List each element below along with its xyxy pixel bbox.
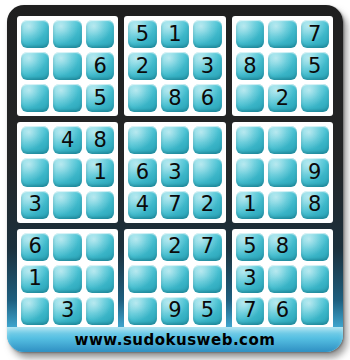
cell-r1c2[interactable] bbox=[53, 20, 81, 48]
cell-r7c5[interactable]: 2 bbox=[161, 233, 189, 261]
block-5: 63472 bbox=[124, 122, 225, 222]
cell-r3c8[interactable]: 2 bbox=[268, 84, 296, 112]
cell-r9c6[interactable]: 5 bbox=[193, 297, 221, 325]
cell-r8c6[interactable] bbox=[193, 265, 221, 293]
cell-r2c6[interactable]: 3 bbox=[193, 52, 221, 80]
cell-r4c3[interactable]: 8 bbox=[86, 126, 114, 154]
cell-r8c2[interactable] bbox=[53, 265, 81, 293]
cell-r6c6[interactable]: 2 bbox=[193, 191, 221, 219]
cell-r3c4[interactable] bbox=[128, 84, 156, 112]
cell-r3c3[interactable]: 5 bbox=[86, 84, 114, 112]
block-2: 512386 bbox=[124, 16, 225, 116]
sudoku-frame: 655123867852481363472918613279558376 www… bbox=[7, 5, 343, 352]
cell-r5c6[interactable] bbox=[193, 158, 221, 186]
cell-r9c7[interactable]: 7 bbox=[236, 297, 264, 325]
cell-r1c6[interactable] bbox=[193, 20, 221, 48]
cell-r9c8[interactable]: 6 bbox=[268, 297, 296, 325]
cell-r4c7[interactable] bbox=[236, 126, 264, 154]
cell-r2c5[interactable] bbox=[161, 52, 189, 80]
board: 655123867852481363472918613279558376 bbox=[17, 16, 333, 329]
cell-r7c1[interactable]: 6 bbox=[21, 233, 49, 261]
cell-r1c4[interactable]: 5 bbox=[128, 20, 156, 48]
cell-r1c1[interactable] bbox=[21, 20, 49, 48]
cell-r9c3[interactable] bbox=[86, 297, 114, 325]
page: 655123867852481363472918613279558376 www… bbox=[0, 0, 350, 360]
cell-r5c7[interactable] bbox=[236, 158, 264, 186]
cell-r1c5[interactable]: 1 bbox=[161, 20, 189, 48]
cell-r1c8[interactable] bbox=[268, 20, 296, 48]
cell-r6c8[interactable] bbox=[268, 191, 296, 219]
cell-r3c1[interactable] bbox=[21, 84, 49, 112]
cell-r5c2[interactable] bbox=[53, 158, 81, 186]
cell-r4c9[interactable] bbox=[301, 126, 329, 154]
cell-r8c3[interactable] bbox=[86, 265, 114, 293]
cell-r6c4[interactable]: 4 bbox=[128, 191, 156, 219]
cell-r1c3[interactable] bbox=[86, 20, 114, 48]
cell-r2c1[interactable] bbox=[21, 52, 49, 80]
cell-r8c9[interactable] bbox=[301, 265, 329, 293]
cell-r9c2[interactable]: 3 bbox=[53, 297, 81, 325]
cell-r7c8[interactable]: 8 bbox=[268, 233, 296, 261]
block-8: 2795 bbox=[124, 229, 225, 329]
cell-r1c7[interactable] bbox=[236, 20, 264, 48]
cell-r3c6[interactable]: 6 bbox=[193, 84, 221, 112]
cell-r8c7[interactable]: 3 bbox=[236, 265, 264, 293]
cell-r6c2[interactable] bbox=[53, 191, 81, 219]
cell-r3c2[interactable] bbox=[53, 84, 81, 112]
cell-r7c2[interactable] bbox=[53, 233, 81, 261]
block-6: 918 bbox=[232, 122, 333, 222]
cell-r5c5[interactable]: 3 bbox=[161, 158, 189, 186]
cell-r5c1[interactable] bbox=[21, 158, 49, 186]
cell-r7c9[interactable] bbox=[301, 233, 329, 261]
cell-r3c7[interactable] bbox=[236, 84, 264, 112]
cell-r1c9[interactable]: 7 bbox=[301, 20, 329, 48]
block-1: 65 bbox=[17, 16, 118, 116]
cell-r7c4[interactable] bbox=[128, 233, 156, 261]
footer-bar: www.sudokusweb.com bbox=[7, 327, 343, 352]
cell-r4c5[interactable] bbox=[161, 126, 189, 154]
block-9: 58376 bbox=[232, 229, 333, 329]
block-7: 613 bbox=[17, 229, 118, 329]
cell-r2c9[interactable]: 5 bbox=[301, 52, 329, 80]
cell-r8c1[interactable]: 1 bbox=[21, 265, 49, 293]
footer-link[interactable]: www.sudokusweb.com bbox=[75, 331, 276, 349]
cell-r7c6[interactable]: 7 bbox=[193, 233, 221, 261]
cell-r2c8[interactable] bbox=[268, 52, 296, 80]
cell-r6c1[interactable]: 3 bbox=[21, 191, 49, 219]
block-4: 4813 bbox=[17, 122, 118, 222]
cell-r4c1[interactable] bbox=[21, 126, 49, 154]
cell-r6c7[interactable]: 1 bbox=[236, 191, 264, 219]
cell-r5c4[interactable]: 6 bbox=[128, 158, 156, 186]
cell-r4c6[interactable] bbox=[193, 126, 221, 154]
cell-r7c3[interactable] bbox=[86, 233, 114, 261]
cell-r5c3[interactable]: 1 bbox=[86, 158, 114, 186]
cell-r4c2[interactable]: 4 bbox=[53, 126, 81, 154]
cell-r2c2[interactable] bbox=[53, 52, 81, 80]
cell-r9c5[interactable]: 9 bbox=[161, 297, 189, 325]
cell-r6c9[interactable]: 8 bbox=[301, 191, 329, 219]
cell-r3c9[interactable] bbox=[301, 84, 329, 112]
cell-r2c4[interactable]: 2 bbox=[128, 52, 156, 80]
cell-r5c9[interactable]: 9 bbox=[301, 158, 329, 186]
cell-r7c7[interactable]: 5 bbox=[236, 233, 264, 261]
cell-r4c4[interactable] bbox=[128, 126, 156, 154]
cell-r9c4[interactable] bbox=[128, 297, 156, 325]
cell-r8c4[interactable] bbox=[128, 265, 156, 293]
cell-r3c5[interactable]: 8 bbox=[161, 84, 189, 112]
cell-r8c8[interactable] bbox=[268, 265, 296, 293]
cell-r8c5[interactable] bbox=[161, 265, 189, 293]
cell-r2c3[interactable]: 6 bbox=[86, 52, 114, 80]
cell-r6c5[interactable]: 7 bbox=[161, 191, 189, 219]
block-3: 7852 bbox=[232, 16, 333, 116]
cell-r6c3[interactable] bbox=[86, 191, 114, 219]
cell-r2c7[interactable]: 8 bbox=[236, 52, 264, 80]
cell-r5c8[interactable] bbox=[268, 158, 296, 186]
cell-r4c8[interactable] bbox=[268, 126, 296, 154]
cell-r9c1[interactable] bbox=[21, 297, 49, 325]
cell-r9c9[interactable] bbox=[301, 297, 329, 325]
